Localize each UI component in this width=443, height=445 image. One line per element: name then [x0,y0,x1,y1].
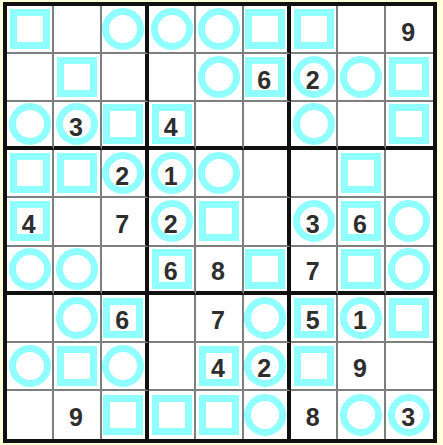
sudoku-board: 9623421472366876751429983 [3,2,437,443]
cell-r6c6[interactable] [244,247,291,295]
cell-r8c9[interactable] [386,343,433,391]
given-digit: 8 [290,394,335,442]
circle-marker [293,200,335,242]
cell-r6c2[interactable] [54,247,101,295]
cell-r7c6[interactable] [244,295,291,343]
cell-r9c7[interactable]: 8 [291,391,338,439]
cell-r6c1[interactable] [7,247,54,295]
given-digit: 8 [195,250,240,294]
cell-r8c6[interactable]: 2 [244,343,291,391]
circle-marker [244,394,286,436]
square-marker [341,201,381,241]
cell-r7c4[interactable] [149,295,196,343]
cell-r8c4[interactable] [149,343,196,391]
cell-r3c3[interactable] [102,102,149,150]
given-digit: 9 [337,346,382,392]
circle-marker [56,248,98,290]
cell-r9c3[interactable] [102,391,149,439]
square-marker [103,395,143,435]
cell-r4c9[interactable] [386,150,433,198]
circle-marker [102,152,144,194]
cell-r5c2[interactable] [54,198,101,246]
cell-r6c5[interactable]: 8 [196,247,243,295]
cell-r1c9[interactable]: 9 [386,6,433,54]
square-marker [57,57,97,97]
circle-marker [9,248,51,290]
circle-marker [388,200,430,242]
square-marker [294,298,334,338]
given-digit: 7 [290,250,335,294]
square-marker [389,104,429,144]
cell-r4c3[interactable]: 2 [102,150,149,198]
cell-r5c6[interactable] [244,198,291,246]
cell-r9c6[interactable] [244,391,291,439]
cell-r7c8[interactable]: 1 [338,295,385,343]
square-marker [152,249,192,289]
cell-r1c5[interactable] [196,6,243,54]
cell-r7c9[interactable] [386,295,433,343]
circle-marker [340,297,382,339]
cell-r2c5[interactable] [196,54,243,102]
cell-r3c7[interactable] [291,102,338,150]
cell-r5c7[interactable]: 3 [291,198,338,246]
cell-r1c1[interactable] [7,6,54,54]
cell-r4c6[interactable] [244,150,291,198]
cell-r2c2[interactable] [54,54,101,102]
circle-marker [102,8,144,50]
circle-marker [244,345,286,387]
circle-marker [151,152,193,194]
cell-r5c8[interactable]: 6 [338,198,385,246]
cell-r1c3[interactable] [102,6,149,54]
square-marker [245,57,285,97]
circle-marker [56,297,98,339]
circle-marker [340,56,382,98]
cell-r4c2[interactable] [54,150,101,198]
square-marker [341,153,381,193]
cell-r9c9[interactable]: 3 [386,391,433,439]
square-marker [199,395,239,435]
circle-marker [102,345,144,387]
cell-r1c7[interactable] [291,6,338,54]
square-marker [103,104,143,144]
cell-r1c4[interactable] [149,6,196,54]
square-marker [245,9,285,49]
cell-r2c4[interactable] [149,54,196,102]
cell-r2c6[interactable]: 6 [244,54,291,102]
circle-marker [151,8,193,50]
given-digit: 7 [101,201,144,247]
cell-r1c8[interactable] [338,6,385,54]
circle-marker [198,152,240,194]
cell-r8c7[interactable] [291,343,338,391]
cell-r5c9[interactable] [386,198,433,246]
circle-marker [388,394,430,436]
cell-r7c3[interactable]: 6 [102,295,149,343]
cell-r1c6[interactable] [244,6,291,54]
cell-r2c3[interactable] [102,54,149,102]
cell-r6c9[interactable] [386,247,433,295]
cell-r8c2[interactable] [54,343,101,391]
cell-r7c1[interactable] [7,295,54,343]
square-marker [152,395,192,435]
cell-r1c2[interactable] [54,6,101,54]
circle-marker [151,200,193,242]
square-marker [294,346,334,386]
cell-r8c3[interactable] [102,343,149,391]
circle-marker [198,56,240,98]
given-digit: 7 [195,298,240,344]
circle-marker [244,297,286,339]
cell-r4c7[interactable] [291,150,338,198]
cell-r2c9[interactable] [386,54,433,102]
cell-r5c1[interactable]: 4 [7,198,54,246]
cell-r4c4[interactable]: 1 [149,150,196,198]
cell-r3c8[interactable] [338,102,385,150]
square-marker [10,9,50,49]
cell-r2c7[interactable]: 2 [291,54,338,102]
cell-r6c4[interactable]: 6 [149,247,196,295]
cell-r5c3[interactable]: 7 [102,198,149,246]
square-marker [245,249,285,289]
circle-marker [56,103,98,145]
square-marker [341,249,381,289]
cell-r6c7[interactable]: 7 [291,247,338,295]
square-marker [199,201,239,241]
cell-r3c4[interactable]: 4 [149,102,196,150]
cell-r3c6[interactable] [244,102,291,150]
circle-marker [9,103,51,145]
square-marker [152,104,192,144]
square-marker [10,201,50,241]
circle-marker [293,56,335,98]
cell-r3c5[interactable] [196,102,243,150]
cell-r3c2[interactable]: 3 [54,102,101,150]
circle-marker [198,8,240,50]
cell-r8c1[interactable] [7,343,54,391]
cell-r9c2[interactable]: 9 [54,391,101,439]
cell-r9c4[interactable] [149,391,196,439]
cell-r9c5[interactable] [196,391,243,439]
cell-r2c8[interactable] [338,54,385,102]
cell-r7c5[interactable]: 7 [196,295,243,343]
cell-r7c7[interactable]: 5 [291,295,338,343]
cell-r3c1[interactable] [7,102,54,150]
cell-r7c2[interactable] [54,295,101,343]
square-marker [57,346,97,386]
cell-r3c9[interactable] [386,102,433,150]
cell-r2c1[interactable] [7,54,54,102]
cell-r4c5[interactable] [196,150,243,198]
square-marker [57,153,97,193]
cell-r9c8[interactable] [338,391,385,439]
square-marker [199,346,239,386]
given-digit: 9 [385,9,432,55]
square-marker [103,298,143,338]
cell-r5c5[interactable] [196,198,243,246]
cell-r8c8[interactable]: 9 [338,343,385,391]
circle-marker [9,345,51,387]
square-marker [389,298,429,338]
square-marker [389,57,429,97]
circle-marker [340,394,382,436]
cell-r6c3[interactable] [102,247,149,295]
given-digit: 9 [53,394,98,442]
circle-marker [293,103,335,145]
circle-marker [388,248,430,290]
cell-r9c1[interactable] [7,391,54,439]
cell-r4c8[interactable] [338,150,385,198]
square-marker [10,153,50,193]
cell-r5c4[interactable]: 2 [149,198,196,246]
cell-r4c1[interactable] [7,150,54,198]
cell-r8c5[interactable]: 4 [196,343,243,391]
cell-r6c8[interactable] [338,247,385,295]
square-marker [294,9,334,49]
